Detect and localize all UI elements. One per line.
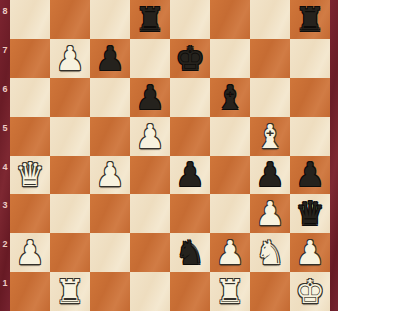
square-c4[interactable]: ♟	[90, 156, 130, 195]
square-a8[interactable]	[10, 0, 50, 39]
square-c8[interactable]	[90, 0, 130, 39]
piece-black-pawn[interactable]: ♟	[250, 156, 290, 195]
square-d7[interactable]	[130, 39, 170, 78]
square-b6[interactable]	[50, 78, 90, 117]
square-b1[interactable]: ♜	[50, 272, 90, 311]
square-e4[interactable]: ♟	[170, 156, 210, 195]
square-f4[interactable]	[210, 156, 250, 195]
square-g2[interactable]: ♞	[250, 233, 290, 272]
square-e5[interactable]	[170, 117, 210, 156]
square-b3[interactable]	[50, 194, 90, 233]
rank-label-8: 8	[0, 7, 10, 16]
square-g8[interactable]	[250, 0, 290, 39]
piece-white-pawn[interactable]: ♟	[50, 39, 90, 78]
square-a2[interactable]: ♟	[10, 233, 50, 272]
piece-black-rook[interactable]: ♜	[290, 0, 330, 39]
rank-label-7: 7	[0, 46, 10, 55]
chess-board: ♜♜♟♟♚♟♝♟♝♛♟♟♟♟♟♛♟♞♟♞♟♜♜♚	[10, 0, 330, 311]
square-f1[interactable]: ♜	[210, 272, 250, 311]
piece-black-bishop[interactable]: ♝	[210, 78, 250, 117]
square-g3[interactable]: ♟	[250, 194, 290, 233]
square-f3[interactable]	[210, 194, 250, 233]
square-h3[interactable]: ♛	[290, 194, 330, 233]
square-g5[interactable]: ♝	[250, 117, 290, 156]
square-h1[interactable]: ♚	[290, 272, 330, 311]
square-h8[interactable]: ♜	[290, 0, 330, 39]
board-frame-right	[330, 0, 338, 311]
square-d3[interactable]	[130, 194, 170, 233]
square-b4[interactable]	[50, 156, 90, 195]
piece-black-queen[interactable]: ♛	[290, 194, 330, 233]
square-h2[interactable]: ♟	[290, 233, 330, 272]
chess-app-window: ♜♜♟♟♚♟♝♟♝♛♟♟♟♟♟♛♟♞♟♞♟♜♜♚ 87654321	[0, 0, 414, 311]
square-d5[interactable]: ♟	[130, 117, 170, 156]
piece-white-pawn[interactable]: ♟	[90, 156, 130, 195]
square-f2[interactable]: ♟	[210, 233, 250, 272]
piece-white-king[interactable]: ♚	[290, 272, 330, 311]
piece-white-queen[interactable]: ♛	[10, 156, 50, 195]
square-e7[interactable]: ♚	[170, 39, 210, 78]
square-f7[interactable]	[210, 39, 250, 78]
square-d6[interactable]: ♟	[130, 78, 170, 117]
square-d2[interactable]	[130, 233, 170, 272]
piece-white-bishop[interactable]: ♝	[250, 117, 290, 156]
piece-white-pawn[interactable]: ♟	[10, 233, 50, 272]
square-a6[interactable]	[10, 78, 50, 117]
square-d1[interactable]	[130, 272, 170, 311]
square-c5[interactable]	[90, 117, 130, 156]
rank-label-3: 3	[0, 201, 10, 210]
piece-white-rook[interactable]: ♜	[210, 272, 250, 311]
square-b8[interactable]	[50, 0, 90, 39]
square-c7[interactable]: ♟	[90, 39, 130, 78]
square-h7[interactable]	[290, 39, 330, 78]
piece-black-pawn[interactable]: ♟	[290, 156, 330, 195]
square-g6[interactable]	[250, 78, 290, 117]
square-a1[interactable]	[10, 272, 50, 311]
square-h5[interactable]	[290, 117, 330, 156]
square-b7[interactable]: ♟	[50, 39, 90, 78]
piece-black-pawn[interactable]: ♟	[130, 78, 170, 117]
piece-white-pawn[interactable]: ♟	[290, 233, 330, 272]
square-f8[interactable]	[210, 0, 250, 39]
square-d4[interactable]	[130, 156, 170, 195]
rank-label-2: 2	[0, 240, 10, 249]
square-c6[interactable]	[90, 78, 130, 117]
piece-white-pawn[interactable]: ♟	[210, 233, 250, 272]
square-b5[interactable]	[50, 117, 90, 156]
rank-label-5: 5	[0, 124, 10, 133]
piece-white-pawn[interactable]: ♟	[130, 117, 170, 156]
square-c1[interactable]	[90, 272, 130, 311]
square-a3[interactable]	[10, 194, 50, 233]
piece-white-knight[interactable]: ♞	[250, 233, 290, 272]
piece-black-rook[interactable]: ♜	[130, 0, 170, 39]
piece-black-king[interactable]: ♚	[170, 39, 210, 78]
square-f6[interactable]: ♝	[210, 78, 250, 117]
rank-label-4: 4	[0, 163, 10, 172]
square-e8[interactable]	[170, 0, 210, 39]
square-c2[interactable]	[90, 233, 130, 272]
piece-white-rook[interactable]: ♜	[50, 272, 90, 311]
rank-label-6: 6	[0, 85, 10, 94]
square-h4[interactable]: ♟	[290, 156, 330, 195]
piece-black-pawn[interactable]: ♟	[170, 156, 210, 195]
square-c3[interactable]	[90, 194, 130, 233]
square-f5[interactable]	[210, 117, 250, 156]
piece-white-pawn[interactable]: ♟	[250, 194, 290, 233]
square-a4[interactable]: ♛	[10, 156, 50, 195]
square-e6[interactable]	[170, 78, 210, 117]
square-e1[interactable]	[170, 272, 210, 311]
square-b2[interactable]	[50, 233, 90, 272]
square-a7[interactable]	[10, 39, 50, 78]
square-d8[interactable]: ♜	[130, 0, 170, 39]
square-e3[interactable]	[170, 194, 210, 233]
piece-black-pawn[interactable]: ♟	[90, 39, 130, 78]
piece-black-knight[interactable]: ♞	[170, 233, 210, 272]
square-g4[interactable]: ♟	[250, 156, 290, 195]
square-g7[interactable]	[250, 39, 290, 78]
rank-label-1: 1	[0, 279, 10, 288]
square-a5[interactable]	[10, 117, 50, 156]
square-h6[interactable]	[290, 78, 330, 117]
square-g1[interactable]	[250, 272, 290, 311]
square-e2[interactable]: ♞	[170, 233, 210, 272]
